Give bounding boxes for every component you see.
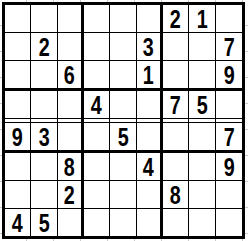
cell-r7c7[interactable] (163, 153, 189, 181)
cell-r1c4[interactable] (84, 5, 110, 33)
sudoku-board: 2123761947593578492845 (2, 2, 245, 239)
cell-r6c5[interactable]: 5 (110, 123, 136, 153)
cell-r2c2[interactable]: 2 (31, 33, 57, 61)
cell-r2c8[interactable] (189, 33, 215, 61)
cell-r6c6[interactable] (137, 123, 163, 153)
cell-r9c2[interactable]: 5 (31, 209, 57, 236)
cell-r3c7[interactable] (163, 61, 189, 91)
cell-r2c4[interactable] (84, 33, 110, 61)
cell-digit: 7 (223, 33, 234, 60)
cell-digit: 2 (38, 33, 49, 60)
cell-r4c7[interactable]: 7 (163, 91, 189, 119)
cell-r9c3[interactable] (58, 209, 84, 236)
cell-r9c9[interactable] (216, 209, 242, 236)
cell-digit: 2 (64, 181, 75, 208)
cell-r8c2[interactable] (31, 181, 57, 209)
cell-r8c3[interactable]: 2 (58, 181, 84, 209)
cell-r7c5[interactable] (110, 153, 136, 181)
cell-r7c2[interactable] (31, 153, 57, 181)
sudoku-page: 2123761947593578492845 (0, 0, 248, 241)
cell-r8c6[interactable] (137, 181, 163, 209)
cell-r4c1[interactable] (5, 91, 31, 119)
cell-r3c6[interactable]: 1 (137, 61, 163, 91)
cell-r2c7[interactable] (163, 33, 189, 61)
cell-r9c5[interactable] (110, 209, 136, 236)
cell-digit: 9 (12, 123, 23, 150)
cell-r4c3[interactable] (58, 91, 84, 119)
cell-digit: 9 (223, 153, 234, 180)
cell-r7c1[interactable] (5, 153, 31, 181)
cell-r7c6[interactable]: 4 (137, 153, 163, 181)
gridline-ticks-right (245, 0, 248, 241)
cell-digit: 8 (64, 153, 75, 180)
cell-digit: 7 (223, 123, 234, 150)
cell-r7c3[interactable]: 8 (58, 153, 84, 181)
cell-r8c8[interactable] (189, 181, 215, 209)
cell-r8c9[interactable] (216, 181, 242, 209)
cell-r2c5[interactable] (110, 33, 136, 61)
cell-r6c8[interactable] (189, 123, 215, 153)
cell-r4c5[interactable] (110, 91, 136, 119)
cell-r6c1[interactable]: 9 (5, 123, 31, 153)
cell-r1c5[interactable] (110, 5, 136, 33)
cell-r6c3[interactable] (58, 123, 84, 153)
cell-r1c6[interactable] (137, 5, 163, 33)
cell-r3c4[interactable] (84, 61, 110, 91)
cell-r4c8[interactable]: 5 (189, 91, 215, 119)
cell-r3c8[interactable] (189, 61, 215, 91)
cell-digit: 4 (91, 91, 102, 118)
cell-r9c8[interactable] (189, 209, 215, 236)
cell-digit: 5 (117, 123, 128, 150)
cell-r9c1[interactable]: 4 (5, 209, 31, 236)
cell-r4c6[interactable] (137, 91, 163, 119)
cell-r1c3[interactable] (58, 5, 84, 33)
cell-digit: 5 (196, 91, 207, 118)
cell-digit: 4 (143, 153, 154, 180)
cell-r3c1[interactable] (5, 61, 31, 91)
cell-r9c7[interactable] (163, 209, 189, 236)
cell-digit: 5 (38, 209, 49, 236)
cell-r7c8[interactable] (189, 153, 215, 181)
cell-r2c9[interactable]: 7 (216, 33, 242, 61)
cell-r1c7[interactable]: 2 (163, 5, 189, 33)
cell-r4c4[interactable]: 4 (84, 91, 110, 119)
cell-r1c9[interactable] (216, 5, 242, 33)
cell-digit: 7 (170, 91, 181, 118)
cell-digit: 6 (64, 61, 75, 88)
cell-digit: 4 (12, 209, 23, 236)
cell-r2c6[interactable]: 3 (137, 33, 163, 61)
cell-r8c1[interactable] (5, 181, 31, 209)
cell-digit: 2 (170, 5, 181, 32)
cell-r2c1[interactable] (5, 33, 31, 61)
cell-r4c2[interactable] (31, 91, 57, 119)
cell-r6c2[interactable]: 3 (31, 123, 57, 153)
cell-r1c2[interactable] (31, 5, 57, 33)
cell-r3c9[interactable]: 9 (216, 61, 242, 91)
cell-r6c9[interactable]: 7 (216, 123, 242, 153)
cell-digit: 9 (223, 61, 234, 88)
cell-r8c5[interactable] (110, 181, 136, 209)
cell-r9c6[interactable] (137, 209, 163, 236)
cell-r8c4[interactable] (84, 181, 110, 209)
cell-r1c1[interactable] (5, 5, 31, 33)
cell-r3c2[interactable] (31, 61, 57, 91)
cell-r2c3[interactable] (58, 33, 84, 61)
cell-r8c7[interactable]: 8 (163, 181, 189, 209)
cell-r7c9[interactable]: 9 (216, 153, 242, 181)
cell-digit: 1 (143, 61, 154, 88)
cell-digit: 3 (38, 123, 49, 150)
cell-r9c4[interactable] (84, 209, 110, 236)
cell-digit: 8 (170, 181, 181, 208)
cell-r4c9[interactable] (216, 91, 242, 119)
cell-r7c4[interactable] (84, 153, 110, 181)
cell-digit: 1 (196, 5, 207, 32)
cell-r3c5[interactable] (110, 61, 136, 91)
cell-r1c8[interactable]: 1 (189, 5, 215, 33)
cell-digit: 3 (143, 33, 154, 60)
cell-r6c4[interactable] (84, 123, 110, 153)
cell-r3c3[interactable]: 6 (58, 61, 84, 91)
cell-r6c7[interactable] (163, 123, 189, 153)
